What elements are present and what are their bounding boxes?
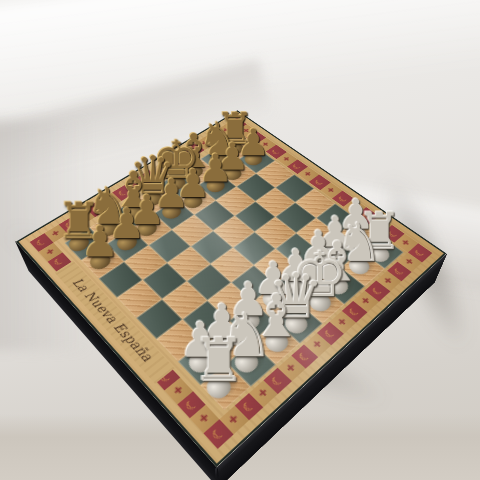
silver-rook-glyph: ♜: [191, 331, 244, 391]
photo-stage: ☾✚☾✚☾✚☾✚☾✚☾✚☾✚☾✚☾ ☾✚☾✚☾✚☾✚☾✚☾✚☾✚☾✚☾ ☾✚☾✚…: [0, 0, 480, 480]
gold-pawn-glyph: ♟: [80, 221, 118, 264]
scene: ☾✚☾✚☾✚☾✚☾✚☾✚☾✚☾✚☾ ☾✚☾✚☾✚☾✚☾✚☾✚☾✚☾✚☾ ☾✚☾✚…: [0, 0, 480, 480]
chess-board: ☾✚☾✚☾✚☾✚☾✚☾✚☾✚☾✚☾ ☾✚☾✚☾✚☾✚☾✚☾✚☾✚☾✚☾ ☾✚☾✚…: [16, 110, 447, 467]
